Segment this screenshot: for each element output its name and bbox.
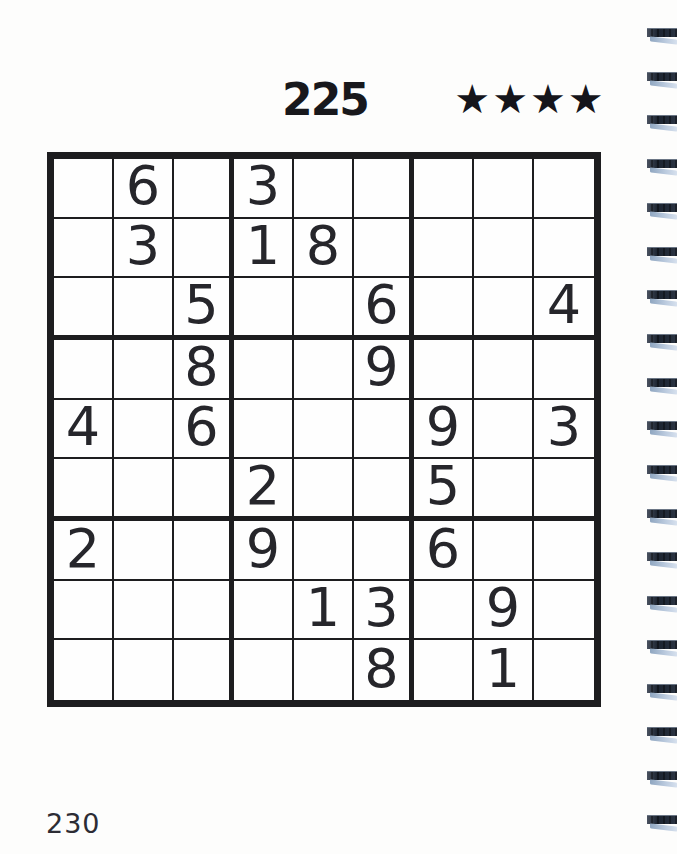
cell-r9c8: 1 bbox=[474, 640, 534, 700]
coil-shadow bbox=[650, 386, 677, 394]
cell-r5c6 bbox=[354, 400, 414, 460]
cell-r4c1 bbox=[54, 340, 114, 400]
coil-shadow bbox=[650, 124, 677, 132]
spiral-coil-icon bbox=[647, 550, 677, 572]
cell-r2c5: 8 bbox=[294, 219, 354, 279]
cell-r8c2 bbox=[114, 581, 174, 641]
spiral-coil-icon bbox=[647, 376, 677, 398]
cell-r7c2 bbox=[114, 521, 174, 581]
cell-r3c8 bbox=[474, 278, 534, 340]
spiral-coil-icon bbox=[647, 201, 677, 223]
cell-r8c5: 1 bbox=[294, 581, 354, 641]
sudoku-board: 633185648946932529613981 bbox=[47, 152, 601, 707]
cell-r9c9 bbox=[534, 640, 594, 700]
cell-r5c2 bbox=[114, 400, 174, 460]
cell-r5c7: 9 bbox=[414, 400, 474, 460]
cell-r1c3 bbox=[174, 159, 234, 219]
cell-r8c3 bbox=[174, 581, 234, 641]
puzzle-number: 225 bbox=[240, 74, 410, 125]
cell-r2c8 bbox=[474, 219, 534, 279]
cell-r2c3 bbox=[174, 219, 234, 279]
coil-shadow bbox=[650, 255, 677, 263]
coil-shadow bbox=[650, 473, 677, 481]
spiral-coil-icon bbox=[647, 70, 677, 92]
cell-r7c4: 9 bbox=[234, 521, 294, 581]
coil-shadow bbox=[650, 211, 677, 219]
coil-wire bbox=[647, 203, 677, 212]
cell-r3c9: 4 bbox=[534, 278, 594, 340]
cell-r3c6: 6 bbox=[354, 278, 414, 340]
cell-r5c5 bbox=[294, 400, 354, 460]
cell-r1c2: 6 bbox=[114, 159, 174, 219]
cell-r1c5 bbox=[294, 159, 354, 219]
cell-r1c4: 3 bbox=[234, 159, 294, 219]
cell-r4c7 bbox=[414, 340, 474, 400]
coil-wire bbox=[647, 247, 677, 256]
coil-shadow bbox=[650, 517, 677, 525]
coil-wire bbox=[647, 815, 677, 824]
spiral-coil-icon bbox=[647, 113, 677, 135]
coil-shadow bbox=[650, 80, 677, 88]
page-number: 230 bbox=[46, 808, 101, 839]
cell-r3c4 bbox=[234, 278, 294, 340]
cell-r4c3: 8 bbox=[174, 340, 234, 400]
cell-r4c4 bbox=[234, 340, 294, 400]
cell-r9c6: 8 bbox=[354, 640, 414, 700]
cell-r7c7: 6 bbox=[414, 521, 474, 581]
cell-r7c1: 2 bbox=[54, 521, 114, 581]
cell-r2c2: 3 bbox=[114, 219, 174, 279]
coil-shadow bbox=[650, 561, 677, 569]
cell-r6c6 bbox=[354, 459, 414, 521]
coil-wire bbox=[647, 72, 677, 81]
spiral-coil-icon bbox=[647, 245, 677, 267]
coil-shadow bbox=[650, 779, 677, 787]
cell-r5c8 bbox=[474, 400, 534, 460]
spiral-coil-icon bbox=[647, 594, 677, 616]
coil-shadow bbox=[650, 430, 677, 438]
cell-r4c8 bbox=[474, 340, 534, 400]
cell-r5c1: 4 bbox=[54, 400, 114, 460]
cell-r8c8: 9 bbox=[474, 581, 534, 641]
spiral-coil-icon bbox=[647, 638, 677, 660]
cell-r8c7 bbox=[414, 581, 474, 641]
cell-r1c6 bbox=[354, 159, 414, 219]
spiral-coil-icon bbox=[647, 419, 677, 441]
coil-shadow bbox=[650, 604, 677, 612]
cell-r4c5 bbox=[294, 340, 354, 400]
cell-r3c2 bbox=[114, 278, 174, 340]
cell-r6c2 bbox=[114, 459, 174, 521]
cell-r1c8 bbox=[474, 159, 534, 219]
cell-r9c4 bbox=[234, 640, 294, 700]
cell-r8c6: 3 bbox=[354, 581, 414, 641]
coil-shadow bbox=[650, 736, 677, 744]
cell-r5c3: 6 bbox=[174, 400, 234, 460]
cell-r3c7 bbox=[414, 278, 474, 340]
coil-shadow bbox=[650, 167, 677, 175]
cell-r7c9 bbox=[534, 521, 594, 581]
cell-r7c8 bbox=[474, 521, 534, 581]
coil-shadow bbox=[650, 648, 677, 656]
cell-r3c3: 5 bbox=[174, 278, 234, 340]
coil-shadow bbox=[650, 36, 677, 44]
book-page: 225 ★★★★ 633185648946932529613981 230 bbox=[0, 0, 677, 854]
coil-wire bbox=[647, 640, 677, 649]
coil-shadow bbox=[650, 823, 677, 831]
spiral-coil-icon bbox=[647, 725, 677, 747]
spiral-coil-icon bbox=[647, 813, 677, 835]
difficulty-stars: ★★★★ bbox=[450, 76, 610, 122]
cell-r4c2 bbox=[114, 340, 174, 400]
coil-shadow bbox=[650, 342, 677, 350]
cell-r2c1 bbox=[54, 219, 114, 279]
cell-r7c6 bbox=[354, 521, 414, 581]
cell-r9c5 bbox=[294, 640, 354, 700]
cell-r2c6 bbox=[354, 219, 414, 279]
cell-r4c9 bbox=[534, 340, 594, 400]
cell-r6c7: 5 bbox=[414, 459, 474, 521]
spiral-coil-icon bbox=[647, 463, 677, 485]
cell-r7c5 bbox=[294, 521, 354, 581]
spiral-coil-icon bbox=[647, 332, 677, 354]
coil-wire bbox=[647, 378, 677, 387]
spiral-coil-icon bbox=[647, 26, 677, 48]
spiral-coil-icon bbox=[647, 507, 677, 529]
cell-r3c1 bbox=[54, 278, 114, 340]
cell-r1c7 bbox=[414, 159, 474, 219]
cell-r9c2 bbox=[114, 640, 174, 700]
cell-r8c9 bbox=[534, 581, 594, 641]
cell-r4c6: 9 bbox=[354, 340, 414, 400]
spiral-coil-icon bbox=[647, 769, 677, 791]
cell-r6c9 bbox=[534, 459, 594, 521]
cell-r8c1 bbox=[54, 581, 114, 641]
cell-r9c3 bbox=[174, 640, 234, 700]
cell-r1c9 bbox=[534, 159, 594, 219]
cell-r2c7 bbox=[414, 219, 474, 279]
cell-r6c1 bbox=[54, 459, 114, 521]
cell-r6c3 bbox=[174, 459, 234, 521]
cell-r9c1 bbox=[54, 640, 114, 700]
cell-r3c5 bbox=[294, 278, 354, 340]
cell-r7c3 bbox=[174, 521, 234, 581]
cell-r1c1 bbox=[54, 159, 114, 219]
coil-shadow bbox=[650, 692, 677, 700]
spiral-coil-icon bbox=[647, 288, 677, 310]
cell-r9c7 bbox=[414, 640, 474, 700]
cell-r2c9 bbox=[534, 219, 594, 279]
cell-r2c4: 1 bbox=[234, 219, 294, 279]
cell-r6c4: 2 bbox=[234, 459, 294, 521]
coil-wire bbox=[647, 684, 677, 693]
cell-r5c4 bbox=[234, 400, 294, 460]
spiral-coil-icon bbox=[647, 157, 677, 179]
coil-wire bbox=[647, 509, 677, 518]
cell-r6c8 bbox=[474, 459, 534, 521]
spiral-coil-icon bbox=[647, 682, 677, 704]
coil-shadow bbox=[650, 299, 677, 307]
cell-r5c9: 3 bbox=[534, 400, 594, 460]
cell-r8c4 bbox=[234, 581, 294, 641]
cell-r6c5 bbox=[294, 459, 354, 521]
